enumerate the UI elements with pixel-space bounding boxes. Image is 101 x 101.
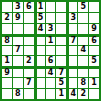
sudoku-cell-r2c9[interactable] [89,13,99,23]
sudoku-cell-r6c9[interactable]: 5 [89,56,99,66]
sudoku-cell-r2c7[interactable]: 3 [67,13,77,23]
sudoku-cell-r7c9[interactable] [89,67,99,77]
sudoku-cell-r6c3[interactable]: 2 [24,56,34,66]
sudoku-cell-r9c1[interactable] [2,89,12,99]
sudoku-cell-r7c5[interactable]: 4 [46,67,56,77]
sudoku-cell-r9c8[interactable]: 2 [78,89,88,99]
sudoku-cell-r1c9[interactable] [89,2,99,12]
sudoku-cell-r8c5[interactable] [46,78,56,88]
sudoku-cell-r5c8[interactable]: 4 [78,46,88,56]
sudoku-cell-r4c7[interactable]: 7 [67,35,77,45]
sudoku-cell-r5c3[interactable] [24,46,34,56]
sudoku-cell-r5c2[interactable]: 7 [13,46,23,56]
sudoku-cell-r5c4[interactable] [35,46,45,56]
sudoku-cell-r5c1[interactable] [2,46,12,56]
sudoku-cell-r2c1[interactable]: 2 [2,13,12,23]
sudoku-cell-r7c8[interactable] [78,67,88,77]
sudoku-cell-r1c7[interactable] [67,2,77,12]
sudoku-cell-r8c2[interactable] [13,78,23,88]
sudoku-cell-r7c1[interactable]: 9 [2,67,12,77]
sudoku-cell-r1c6[interactable] [56,2,66,12]
sudoku-cell-r5c9[interactable] [89,46,99,56]
sudoku-cell-r8c3[interactable]: 7 [24,78,34,88]
sudoku-cell-r6c1[interactable]: 1 [2,56,12,66]
sudoku-cell-r3c7[interactable] [67,24,77,34]
sudoku-cell-r4c9[interactable]: 6 [89,35,99,45]
sudoku-cell-r4c1[interactable]: 8 [2,35,12,45]
sudoku-cell-r4c3[interactable] [24,35,34,45]
sudoku-cell-r7c6[interactable]: 7 [56,67,66,77]
sudoku-cell-r6c4[interactable] [35,56,45,66]
sudoku-cell-r3c8[interactable] [78,24,88,34]
sudoku-cell-r2c3[interactable] [24,13,34,23]
sudoku-cell-r8c4[interactable] [35,78,45,88]
sudoku-cell-r9c4[interactable] [35,89,45,99]
sudoku-cell-r3c1[interactable] [2,24,12,34]
sudoku-cell-r2c4[interactable]: 5 [35,13,45,23]
sudoku-cell-r6c2[interactable] [13,56,23,66]
sudoku-cell-r1c4[interactable]: 1 [35,2,45,12]
sudoku-cell-r5c5[interactable] [46,46,56,56]
sudoku-cell-r6c7[interactable] [67,56,77,66]
sudoku-cell-r5c6[interactable] [56,46,66,56]
sudoku-cell-r1c2[interactable]: 3 [13,2,23,12]
sudoku-cell-r2c8[interactable] [78,13,88,23]
sudoku-cell-r7c7[interactable] [67,67,77,77]
sudoku-cell-r7c3[interactable] [24,67,34,77]
sudoku-cell-r4c5[interactable]: 1 [46,35,56,45]
sudoku-cell-r6c8[interactable] [78,56,88,66]
sudoku-cell-r3c9[interactable]: 9 [89,24,99,34]
sudoku-cell-r1c5[interactable] [46,2,56,12]
sudoku-cell-r4c2[interactable] [13,35,23,45]
sudoku-cell-r6c6[interactable] [56,56,66,66]
sudoku-cell-r8c6[interactable]: 5 [56,78,66,88]
sudoku-cell-r9c9[interactable] [89,89,99,99]
sudoku-cell-r3c3[interactable] [24,24,34,34]
sudoku-cell-r3c4[interactable]: 4 [35,24,45,34]
sudoku-cell-r9c5[interactable] [46,89,56,99]
sudoku-cell-r8c7[interactable] [67,78,77,88]
sudoku-cell-r6c5[interactable]: 6 [46,56,56,66]
sudoku-cell-r3c6[interactable] [56,24,66,34]
sudoku-cell-r2c5[interactable] [46,13,56,23]
sudoku-cell-r8c9[interactable]: 1 [89,78,99,88]
sudoku-cell-r8c8[interactable]: 8 [78,78,88,88]
sudoku-cell-r2c2[interactable]: 9 [13,13,23,23]
sudoku-cell-r4c8[interactable] [78,35,88,45]
sudoku-board: 36152953439817674126594775818142 [0,0,101,101]
sudoku-cell-r1c3[interactable]: 6 [24,2,34,12]
sudoku-cell-r1c1[interactable] [2,2,12,12]
sudoku-cell-r3c2[interactable] [13,24,23,34]
sudoku-cell-r9c3[interactable] [24,89,34,99]
sudoku-cell-r9c6[interactable]: 1 [56,89,66,99]
sudoku-cell-r9c7[interactable]: 4 [67,89,77,99]
sudoku-cell-r2c6[interactable] [56,13,66,23]
sudoku-cell-r8c1[interactable] [2,78,12,88]
sudoku-cell-r9c2[interactable]: 8 [13,89,23,99]
sudoku-cell-r7c2[interactable] [13,67,23,77]
sudoku-cell-r4c6[interactable] [56,35,66,45]
sudoku-cell-r1c8[interactable]: 5 [78,2,88,12]
sudoku-cell-r5c7[interactable] [67,46,77,56]
sudoku-cell-r4c4[interactable] [35,35,45,45]
sudoku-cell-r7c4[interactable] [35,67,45,77]
sudoku-cell-r3c5[interactable]: 3 [46,24,56,34]
